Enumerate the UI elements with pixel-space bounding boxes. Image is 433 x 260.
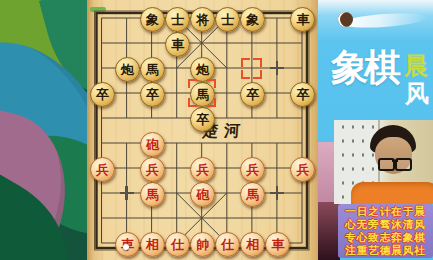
piece-glyph: 象 bbox=[146, 8, 159, 31]
piece-glyph: 相 bbox=[246, 233, 259, 256]
piece-black-卒[interactable]: 卒 bbox=[140, 82, 165, 107]
piece-red-帥[interactable]: 帥 bbox=[190, 232, 215, 257]
motto-line: 注重艺德晨风社 bbox=[345, 244, 426, 257]
piece-glyph: 卒 bbox=[96, 83, 109, 106]
piece-glyph: 兵 bbox=[196, 158, 209, 181]
piece-black-象[interactable]: 象 bbox=[240, 7, 265, 32]
move-from-marker bbox=[241, 58, 262, 79]
piece-red-兵[interactable]: 兵 bbox=[190, 157, 215, 182]
piece-glyph: 車 bbox=[296, 8, 309, 31]
stream-screenshot: 楚河 漢界 象士将士象車車炮馬炮卒卒馬卒卒卒砲兵兵兵兵兵馬砲馬車相仕帥仕相車 象… bbox=[0, 0, 433, 260]
piece-black-炮[interactable]: 炮 bbox=[115, 57, 140, 82]
piece-glyph: 仕 bbox=[221, 233, 234, 256]
room-object bbox=[318, 142, 334, 206]
piece-glyph: 卒 bbox=[246, 83, 259, 106]
piece-black-卒[interactable]: 卒 bbox=[90, 82, 115, 107]
piece-red-車[interactable]: 車 bbox=[265, 232, 290, 257]
piece-red-兵[interactable]: 兵 bbox=[90, 157, 115, 182]
piece-glyph: 車 bbox=[171, 33, 184, 56]
channel-logo-title: 象棋 bbox=[331, 43, 397, 93]
piece-red-仕[interactable]: 仕 bbox=[215, 232, 240, 257]
logo-ball-icon bbox=[338, 12, 353, 27]
piece-red-砲[interactable]: 砲 bbox=[190, 182, 215, 207]
mouse-cursor bbox=[123, 244, 129, 250]
motto-line: 心无旁骛沐清风 bbox=[345, 218, 426, 231]
piece-glyph: 馬 bbox=[146, 58, 159, 81]
piece-red-相[interactable]: 相 bbox=[240, 232, 265, 257]
piece-red-兵[interactable]: 兵 bbox=[290, 157, 315, 182]
streamer-glasses bbox=[378, 158, 412, 169]
piece-glyph: 卒 bbox=[146, 83, 159, 106]
motto-line: 一日之计在于晨 bbox=[345, 205, 426, 218]
piece-red-兵[interactable]: 兵 bbox=[240, 157, 265, 182]
piece-glyph: 士 bbox=[221, 8, 234, 31]
webcam-video bbox=[334, 120, 433, 204]
piece-glyph: 兵 bbox=[246, 158, 259, 181]
piece-glyph: 将 bbox=[196, 8, 209, 31]
piece-black-将[interactable]: 将 bbox=[190, 7, 215, 32]
piece-glyph: 卒 bbox=[196, 108, 209, 131]
piece-black-炮[interactable]: 炮 bbox=[190, 57, 215, 82]
board-point-marker bbox=[270, 186, 284, 200]
piece-glyph: 炮 bbox=[196, 58, 209, 81]
background-art bbox=[0, 0, 90, 260]
channel-logo-subtitle-bottom: 风 bbox=[405, 78, 429, 110]
piece-glyph: 砲 bbox=[146, 133, 159, 156]
piece-glyph: 帥 bbox=[196, 233, 209, 256]
piece-glyph: 兵 bbox=[96, 158, 109, 181]
piece-glyph: 卒 bbox=[296, 83, 309, 106]
piece-red-兵[interactable]: 兵 bbox=[140, 157, 165, 182]
piece-glyph: 兵 bbox=[146, 158, 159, 181]
piece-glyph: 士 bbox=[171, 8, 184, 31]
piece-glyph: 仕 bbox=[171, 233, 184, 256]
piece-glyph: 砲 bbox=[196, 183, 209, 206]
piece-glyph: 兵 bbox=[296, 158, 309, 181]
logo-swoosh bbox=[342, 11, 427, 30]
piece-red-砲[interactable]: 砲 bbox=[140, 132, 165, 157]
piece-black-馬[interactable]: 馬 bbox=[140, 57, 165, 82]
selected-piece-marker bbox=[188, 79, 216, 107]
piece-glyph: 象 bbox=[246, 8, 259, 31]
piece-red-馬[interactable]: 馬 bbox=[240, 182, 265, 207]
piece-black-卒[interactable]: 卒 bbox=[290, 82, 315, 107]
piece-red-仕[interactable]: 仕 bbox=[165, 232, 190, 257]
motto-line: 专心致志弈象棋 bbox=[345, 231, 426, 244]
piece-glyph: 車 bbox=[271, 233, 284, 256]
room-shadow bbox=[318, 202, 340, 260]
piece-glyph: 相 bbox=[146, 233, 159, 256]
piece-black-士[interactable]: 士 bbox=[215, 7, 240, 32]
streamer-panel: 象棋 晨 风 一日之计在于晨 心无旁骛沐清风 专心致志弈象棋 注重艺德晨风社 bbox=[318, 0, 433, 260]
board-point-marker bbox=[120, 186, 134, 200]
piece-red-相[interactable]: 相 bbox=[140, 232, 165, 257]
streamer-shirt bbox=[351, 182, 433, 204]
board-point-marker bbox=[270, 61, 284, 75]
piece-glyph: 馬 bbox=[246, 183, 259, 206]
piece-black-士[interactable]: 士 bbox=[165, 7, 190, 32]
piece-black-車[interactable]: 車 bbox=[290, 7, 315, 32]
piece-glyph: 馬 bbox=[146, 183, 159, 206]
piece-black-卒[interactable]: 卒 bbox=[240, 82, 265, 107]
piece-red-馬[interactable]: 馬 bbox=[140, 182, 165, 207]
motto-banner: 一日之计在于晨 心无旁骛沐清风 专心致志弈象棋 注重艺德晨风社 bbox=[338, 204, 433, 258]
piece-black-車[interactable]: 車 bbox=[165, 32, 190, 57]
piece-glyph: 炮 bbox=[121, 58, 134, 81]
piece-black-象[interactable]: 象 bbox=[140, 7, 165, 32]
piece-black-卒[interactable]: 卒 bbox=[190, 107, 215, 132]
